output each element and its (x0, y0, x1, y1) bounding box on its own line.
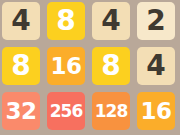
tile-16-r2c2: 16 (47, 47, 85, 85)
board-2048[interactable]: 4842816843225612816 (0, 0, 180, 135)
tile-8-r2c1: 8 (2, 47, 40, 85)
tile-8-r2c3: 8 (92, 47, 130, 85)
tile-32-r3c1: 32 (2, 92, 40, 130)
tile-8-r1c2: 8 (47, 2, 85, 40)
tile-128-r3c3: 128 (92, 92, 130, 130)
tile-4-r1c3: 4 (92, 2, 130, 40)
tile-16-r3c4: 16 (137, 92, 175, 130)
tile-4-r1c1: 4 (2, 2, 40, 40)
tile-4-r2c4: 4 (137, 47, 175, 85)
tile-256-r3c2: 256 (47, 92, 85, 130)
tile-2-r1c4: 2 (137, 2, 175, 40)
